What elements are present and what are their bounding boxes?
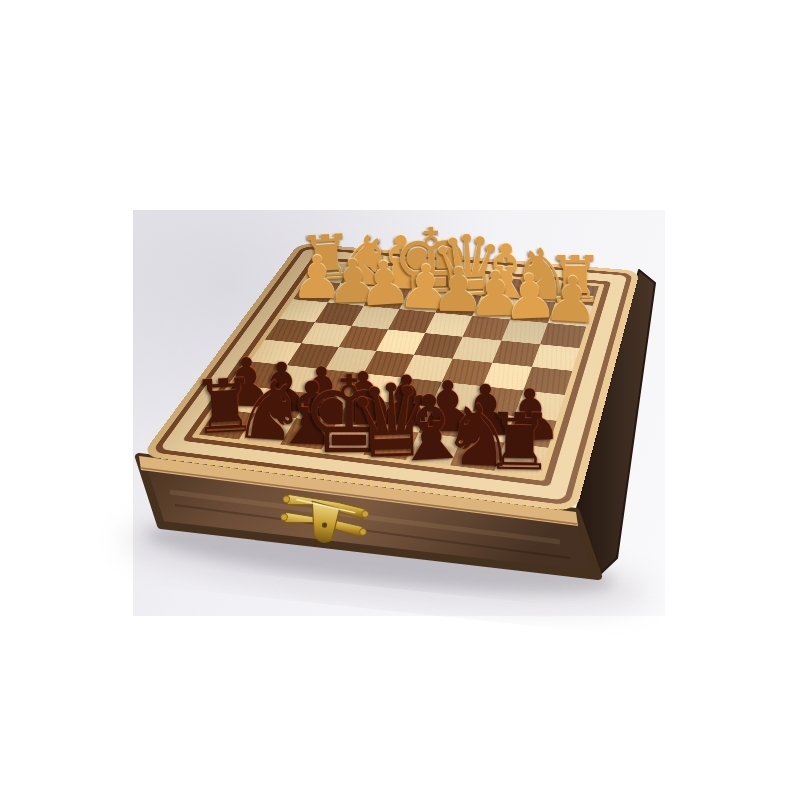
product-photo: ♜♞♝♛♚♝♞♜♟♟♟♟♟♟♟♟♟♟♟♟♟♟♟♟♜♞♝♛♚♝♞♜ <box>0 0 800 800</box>
square-a8 <box>494 442 548 476</box>
